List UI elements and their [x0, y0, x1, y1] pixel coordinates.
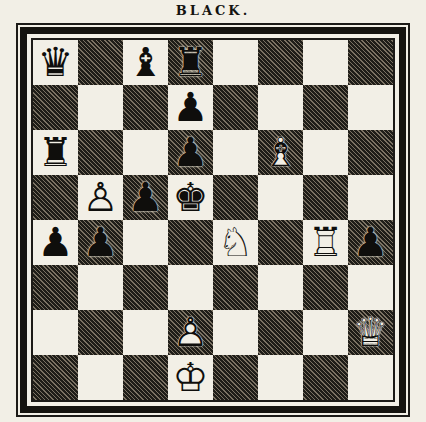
square-e5 [213, 175, 258, 220]
square-e6 [213, 130, 258, 175]
square-g4: ♖ [303, 220, 348, 265]
black-side-label: BLACK. [0, 0, 426, 19]
board-frame-inner: ♛♝♜♟♜♟♗♙♟♚♟♟♘♖♟♙♕♔ [31, 38, 395, 402]
black-bishop-icon: ♝ [123, 40, 168, 85]
square-d6: ♟ [168, 130, 213, 175]
white-pawn-icon: ♙ [168, 310, 213, 355]
square-e2 [213, 310, 258, 355]
square-d2: ♙ [168, 310, 213, 355]
white-queen-icon: ♕ [348, 310, 393, 355]
white-knight-icon: ♘ [213, 220, 258, 265]
white-king-icon: ♔ [168, 355, 213, 400]
square-b3 [78, 265, 123, 310]
board-frame-bevel: ♛♝♜♟♜♟♗♙♟♚♟♟♘♖♟♙♕♔ [20, 27, 406, 413]
square-c1 [123, 355, 168, 400]
square-c8: ♝ [123, 40, 168, 85]
square-h4: ♟ [348, 220, 393, 265]
square-d7: ♟ [168, 85, 213, 130]
square-d4 [168, 220, 213, 265]
square-g6 [303, 130, 348, 175]
chess-board: ♛♝♜♟♜♟♗♙♟♚♟♟♘♖♟♙♕♔ [33, 40, 393, 400]
square-a8: ♛ [33, 40, 78, 85]
black-rook-icon: ♜ [168, 40, 213, 85]
square-f4 [258, 220, 303, 265]
square-b5: ♙ [78, 175, 123, 220]
square-c3 [123, 265, 168, 310]
square-h6 [348, 130, 393, 175]
square-e1 [213, 355, 258, 400]
board-frame-outer: ♛♝♜♟♜♟♗♙♟♚♟♟♘♖♟♙♕♔ [16, 23, 410, 417]
square-d1: ♔ [168, 355, 213, 400]
square-f2 [258, 310, 303, 355]
square-g5 [303, 175, 348, 220]
square-a6: ♜ [33, 130, 78, 175]
square-b1 [78, 355, 123, 400]
square-g3 [303, 265, 348, 310]
square-h3 [348, 265, 393, 310]
square-f5 [258, 175, 303, 220]
square-f1 [258, 355, 303, 400]
square-a1 [33, 355, 78, 400]
black-pawn-icon: ♟ [78, 220, 123, 265]
square-a2 [33, 310, 78, 355]
black-pawn-icon: ♟ [348, 220, 393, 265]
square-b4: ♟ [78, 220, 123, 265]
square-e3 [213, 265, 258, 310]
square-f3 [258, 265, 303, 310]
square-b8 [78, 40, 123, 85]
square-a5 [33, 175, 78, 220]
square-h7 [348, 85, 393, 130]
square-a3 [33, 265, 78, 310]
square-c2 [123, 310, 168, 355]
square-c5: ♟ [123, 175, 168, 220]
newspaper-chess-diagram: BLACK. ♛♝♜♟♜♟♗♙♟♚♟♟♘♖♟♙♕♔ [0, 0, 426, 422]
square-a7 [33, 85, 78, 130]
black-pawn-icon: ♟ [168, 130, 213, 175]
square-h2: ♕ [348, 310, 393, 355]
black-rook-icon: ♜ [33, 130, 78, 175]
square-b6 [78, 130, 123, 175]
square-g7 [303, 85, 348, 130]
black-pawn-icon: ♟ [33, 220, 78, 265]
square-h5 [348, 175, 393, 220]
square-d3 [168, 265, 213, 310]
white-rook-icon: ♖ [303, 220, 348, 265]
square-e8 [213, 40, 258, 85]
black-king-icon: ♚ [168, 175, 213, 220]
square-e4: ♘ [213, 220, 258, 265]
square-c7 [123, 85, 168, 130]
square-b2 [78, 310, 123, 355]
square-d8: ♜ [168, 40, 213, 85]
square-g2 [303, 310, 348, 355]
black-queen-icon: ♛ [33, 40, 78, 85]
square-c6 [123, 130, 168, 175]
black-pawn-icon: ♟ [123, 175, 168, 220]
square-d5: ♚ [168, 175, 213, 220]
square-a4: ♟ [33, 220, 78, 265]
black-pawn-icon: ♟ [168, 85, 213, 130]
square-f7 [258, 85, 303, 130]
square-g1 [303, 355, 348, 400]
square-c4 [123, 220, 168, 265]
square-h8 [348, 40, 393, 85]
white-pawn-icon: ♙ [78, 175, 123, 220]
square-b7 [78, 85, 123, 130]
square-e7 [213, 85, 258, 130]
white-bishop-icon: ♗ [258, 130, 303, 175]
square-f8 [258, 40, 303, 85]
square-f6: ♗ [258, 130, 303, 175]
square-g8 [303, 40, 348, 85]
square-h1 [348, 355, 393, 400]
